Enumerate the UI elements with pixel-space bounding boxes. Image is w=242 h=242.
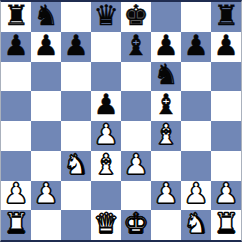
square-f5[interactable]: ♝ <box>151 91 181 121</box>
square-a8[interactable]: ♜ <box>1 2 31 32</box>
square-h8[interactable]: ♜ <box>211 2 241 32</box>
square-d6[interactable] <box>91 62 121 92</box>
square-f4[interactable]: ♝ <box>151 121 181 151</box>
chess-board: ♜♞♛♚♜♟♟♟♝♟♟♟♞♟♝♟♝♞♝♟♟♟♟♟♟♜♛♚♞♜ <box>0 0 242 242</box>
square-g2[interactable]: ♟ <box>181 181 211 211</box>
square-e6[interactable] <box>121 62 151 92</box>
black-pawn-icon: ♟ <box>183 32 208 60</box>
square-c5[interactable] <box>61 91 91 121</box>
square-a7[interactable]: ♟ <box>1 32 31 62</box>
white-bishop-icon: ♝ <box>153 121 178 149</box>
square-f8[interactable] <box>151 2 181 32</box>
square-h5[interactable] <box>211 91 241 121</box>
square-e1[interactable]: ♚ <box>121 210 151 240</box>
square-g5[interactable] <box>181 91 211 121</box>
white-pawn-icon: ♟ <box>123 151 148 179</box>
black-queen-icon: ♛ <box>93 2 118 30</box>
square-g4[interactable] <box>181 121 211 151</box>
square-h2[interactable]: ♟ <box>211 181 241 211</box>
black-pawn-icon: ♟ <box>153 32 178 60</box>
square-g8[interactable] <box>181 2 211 32</box>
square-f7[interactable]: ♟ <box>151 32 181 62</box>
square-e2[interactable] <box>121 181 151 211</box>
black-rook-icon: ♜ <box>3 2 28 30</box>
white-pawn-icon: ♟ <box>33 181 58 209</box>
square-b1[interactable] <box>31 210 61 240</box>
square-a1[interactable]: ♜ <box>1 210 31 240</box>
square-e8[interactable]: ♚ <box>121 2 151 32</box>
square-c4[interactable] <box>61 121 91 151</box>
black-pawn-icon: ♟ <box>93 91 118 119</box>
square-b5[interactable] <box>31 91 61 121</box>
square-c8[interactable] <box>61 2 91 32</box>
square-g6[interactable] <box>181 62 211 92</box>
square-b6[interactable] <box>31 62 61 92</box>
black-pawn-icon: ♟ <box>3 32 28 60</box>
square-e5[interactable] <box>121 91 151 121</box>
square-a2[interactable]: ♟ <box>1 181 31 211</box>
square-h3[interactable] <box>211 151 241 181</box>
black-rook-icon: ♜ <box>213 2 238 30</box>
square-d5[interactable]: ♟ <box>91 91 121 121</box>
square-f2[interactable]: ♟ <box>151 181 181 211</box>
white-pawn-icon: ♟ <box>93 121 118 149</box>
square-f1[interactable] <box>151 210 181 240</box>
black-bishop-icon: ♝ <box>153 91 178 119</box>
black-pawn-icon: ♟ <box>33 32 58 60</box>
square-f6[interactable]: ♞ <box>151 62 181 92</box>
square-d2[interactable] <box>91 181 121 211</box>
white-knight-icon: ♞ <box>63 151 88 179</box>
square-h1[interactable]: ♜ <box>211 210 241 240</box>
white-pawn-icon: ♟ <box>213 181 238 209</box>
black-pawn-icon: ♟ <box>63 32 88 60</box>
square-a3[interactable] <box>1 151 31 181</box>
black-knight-icon: ♞ <box>33 2 58 30</box>
black-bishop-icon: ♝ <box>123 32 148 60</box>
white-knight-icon: ♞ <box>183 210 208 238</box>
square-c1[interactable] <box>61 210 91 240</box>
white-pawn-icon: ♟ <box>3 181 28 209</box>
square-b2[interactable]: ♟ <box>31 181 61 211</box>
square-g7[interactable]: ♟ <box>181 32 211 62</box>
square-h7[interactable]: ♟ <box>211 32 241 62</box>
square-e7[interactable]: ♝ <box>121 32 151 62</box>
square-a4[interactable] <box>1 121 31 151</box>
square-a6[interactable] <box>1 62 31 92</box>
white-bishop-icon: ♝ <box>93 151 118 179</box>
black-pawn-icon: ♟ <box>213 32 238 60</box>
square-d4[interactable]: ♟ <box>91 121 121 151</box>
square-d3[interactable]: ♝ <box>91 151 121 181</box>
white-queen-icon: ♛ <box>93 210 118 238</box>
square-c7[interactable]: ♟ <box>61 32 91 62</box>
square-b3[interactable] <box>31 151 61 181</box>
square-c3[interactable]: ♞ <box>61 151 91 181</box>
square-b4[interactable] <box>31 121 61 151</box>
square-g1[interactable]: ♞ <box>181 210 211 240</box>
square-c2[interactable] <box>61 181 91 211</box>
white-pawn-icon: ♟ <box>153 181 178 209</box>
white-pawn-icon: ♟ <box>183 181 208 209</box>
square-d8[interactable]: ♛ <box>91 2 121 32</box>
square-f3[interactable] <box>151 151 181 181</box>
square-h4[interactable] <box>211 121 241 151</box>
square-e3[interactable]: ♟ <box>121 151 151 181</box>
square-e4[interactable] <box>121 121 151 151</box>
square-g3[interactable] <box>181 151 211 181</box>
black-king-icon: ♚ <box>123 2 148 30</box>
square-d7[interactable] <box>91 32 121 62</box>
white-rook-icon: ♜ <box>213 210 238 238</box>
square-d1[interactable]: ♛ <box>91 210 121 240</box>
white-king-icon: ♚ <box>123 210 148 238</box>
square-b8[interactable]: ♞ <box>31 2 61 32</box>
square-b7[interactable]: ♟ <box>31 32 61 62</box>
square-a5[interactable] <box>1 91 31 121</box>
white-rook-icon: ♜ <box>3 210 28 238</box>
square-c6[interactable] <box>61 62 91 92</box>
black-knight-icon: ♞ <box>153 62 178 90</box>
square-h6[interactable] <box>211 62 241 92</box>
